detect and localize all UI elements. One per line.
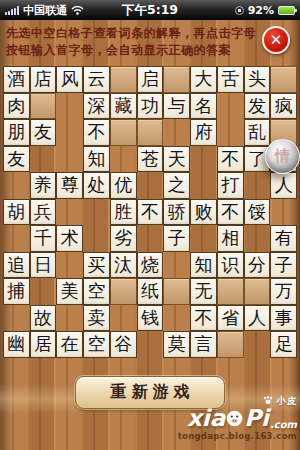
board-gap xyxy=(244,172,271,199)
letter-cell[interactable]: 纸 xyxy=(137,278,164,305)
watermark-logo: xia Pi .com xyxy=(178,407,297,430)
board-gap xyxy=(3,305,30,332)
letter-cell[interactable]: 乱 xyxy=(244,119,271,146)
letter-cell[interactable]: 追 xyxy=(3,252,30,279)
letter-cell[interactable]: 省 xyxy=(217,305,244,332)
letter-cell[interactable]: 之 xyxy=(163,172,190,199)
letter-cell[interactable]: 友 xyxy=(30,119,57,146)
letter-cell[interactable]: 尊 xyxy=(56,172,83,199)
letter-cell[interactable]: 发 xyxy=(244,93,271,120)
letter-cell[interactable]: 苍 xyxy=(137,146,164,173)
board-gap xyxy=(137,331,164,358)
board-gap xyxy=(217,119,244,146)
letter-cell[interactable]: 日 xyxy=(30,252,57,279)
board-gap xyxy=(190,146,217,173)
letter-cell[interactable]: 钱 xyxy=(137,305,164,332)
watermark-url: tongdapc.blog.163.com xyxy=(178,432,297,441)
letter-cell[interactable]: 幽 xyxy=(3,331,30,358)
letter-cell[interactable]: 劣 xyxy=(110,225,137,252)
letter-cell[interactable]: 养 xyxy=(30,172,57,199)
board-gap xyxy=(190,225,217,252)
letter-cell[interactable]: 胜 xyxy=(110,199,137,226)
empty-cell[interactable] xyxy=(110,119,137,146)
board-gap xyxy=(163,305,190,332)
clock: 下午5:19 xyxy=(0,2,300,19)
letter-cell[interactable]: 舌 xyxy=(217,66,244,93)
letter-cell[interactable]: 知 xyxy=(190,252,217,279)
battery-icon xyxy=(278,6,295,15)
letter-cell[interactable]: 优 xyxy=(110,172,137,199)
letter-cell[interactable]: 烧 xyxy=(137,252,164,279)
letter-cell[interactable]: 骄 xyxy=(163,199,190,226)
status-bar: 中国联通 下午5:19 92% xyxy=(0,0,300,20)
letter-cell[interactable]: 头 xyxy=(244,66,271,93)
letter-cell[interactable]: 朋 xyxy=(3,119,30,146)
letter-cell[interactable]: 藏 xyxy=(110,93,137,120)
letter-cell[interactable]: 府 xyxy=(190,119,217,146)
letter-cell[interactable]: 相 xyxy=(217,225,244,252)
board-gap xyxy=(137,225,164,252)
letter-cell[interactable]: 有 xyxy=(270,225,297,252)
instruction-banner: 先选中空白格子查看词条的解释，再点击字母 按钮输入首字母，会自动显示正确的答案 … xyxy=(0,20,300,64)
close-icon: ✕ xyxy=(270,31,283,49)
letter-cell[interactable]: 天 xyxy=(163,146,190,173)
letter-cell[interactable]: 功 xyxy=(137,93,164,120)
board-gap xyxy=(83,199,110,226)
letter-cell[interactable]: 汰 xyxy=(110,252,137,279)
empty-cell[interactable] xyxy=(270,66,297,93)
puzzle-board: 酒店风云启大舌头肉深藏功与名发疯朋友不府乱友知苍天不了情养尊处优之打人胡兵胜不骄… xyxy=(3,66,297,358)
empty-cell[interactable] xyxy=(217,331,244,358)
board-gap xyxy=(83,225,110,252)
letter-cell[interactable]: 不 xyxy=(217,199,244,226)
letter-cell[interactable]: 不 xyxy=(83,119,110,146)
letter-cell[interactable]: 莫 xyxy=(163,331,190,358)
letter-cell[interactable]: 捕 xyxy=(3,278,30,305)
letter-cell[interactable]: 胡 xyxy=(3,199,30,226)
letter-cell[interactable]: 空 xyxy=(83,331,110,358)
board-gap xyxy=(217,93,244,120)
empty-cell[interactable] xyxy=(110,66,137,93)
letter-cell[interactable]: 足 xyxy=(270,331,297,358)
letter-cell[interactable]: 千 xyxy=(30,225,57,252)
board-gap xyxy=(163,252,190,279)
board-gap xyxy=(3,172,30,199)
letter-cell[interactable]: 万 xyxy=(270,278,297,305)
empty-cell[interactable] xyxy=(110,278,137,305)
letter-cell[interactable]: 在 xyxy=(56,331,83,358)
letter-cell[interactable]: 馁 xyxy=(244,199,271,226)
letter-cell[interactable]: 打 xyxy=(217,172,244,199)
letter-cell[interactable]: 处 xyxy=(83,172,110,199)
board-gap xyxy=(110,146,137,173)
letter-cell[interactable]: 败 xyxy=(190,199,217,226)
app-screen: 中国联通 下午5:19 92% 先选中空白格子查看词条的解释，再点击字母 按钮输… xyxy=(0,0,300,450)
board-gap xyxy=(110,305,137,332)
board-gap xyxy=(244,225,271,252)
letter-cell[interactable]: 美 xyxy=(56,278,83,305)
board-gap xyxy=(163,119,190,146)
letter-cell[interactable]: 启 xyxy=(137,66,164,93)
empty-cell[interactable] xyxy=(137,119,164,146)
letter-cell[interactable]: 肉 xyxy=(3,93,30,120)
board-gap xyxy=(56,305,83,332)
letter-cell[interactable]: 不 xyxy=(217,146,244,173)
board-gap xyxy=(30,146,57,173)
empty-cell[interactable] xyxy=(217,278,244,305)
letter-cell[interactable]: 空 xyxy=(83,278,110,305)
logo-suffix: .com xyxy=(270,420,297,430)
empty-cell[interactable] xyxy=(30,93,57,120)
letter-cell[interactable]: 与 xyxy=(163,93,190,120)
letter-cell[interactable]: 风 xyxy=(56,66,83,93)
instruction-line2: 按钮输入首字母，会自动显示正确的答案 xyxy=(6,43,231,57)
letter-cell[interactable]: 云 xyxy=(83,66,110,93)
letter-cell[interactable]: 大 xyxy=(190,66,217,93)
letter-cell[interactable]: 不 xyxy=(137,199,164,226)
letter-cell[interactable]: 人 xyxy=(270,172,297,199)
empty-cell[interactable] xyxy=(244,278,271,305)
letter-cell[interactable]: 人 xyxy=(244,305,271,332)
letter-cell[interactable]: 店 xyxy=(30,66,57,93)
letter-cell[interactable]: 术 xyxy=(56,225,83,252)
letter-cell[interactable]: 居 xyxy=(30,331,57,358)
letter-cell[interactable]: 事 xyxy=(270,305,297,332)
board-gap xyxy=(30,278,57,305)
letter-cell[interactable]: 子 xyxy=(163,225,190,252)
board-gap xyxy=(244,331,271,358)
answer-bubble[interactable]: 情 xyxy=(265,139,300,174)
paw-icon xyxy=(263,396,273,405)
letter-cell[interactable]: 疯 xyxy=(270,93,297,120)
letter-cell[interactable]: 酒 xyxy=(3,66,30,93)
empty-cell[interactable] xyxy=(163,66,190,93)
letter-cell[interactable]: 无 xyxy=(190,278,217,305)
board-gap xyxy=(3,225,30,252)
board-gap xyxy=(190,172,217,199)
letter-cell[interactable]: 子 xyxy=(270,252,297,279)
letter-cell[interactable]: 谷 xyxy=(110,331,137,358)
board-gap xyxy=(56,93,83,120)
empty-cell[interactable] xyxy=(163,278,190,305)
logo-text-left: xia xyxy=(187,407,225,430)
board-gap xyxy=(137,172,164,199)
letter-cell[interactable]: 分 xyxy=(244,252,271,279)
watermark: 小皮 xia Pi .com tongdapc.blog.163.com xyxy=(178,396,297,440)
letter-cell[interactable]: 不 xyxy=(190,305,217,332)
board-gap xyxy=(56,252,83,279)
instruction-text: 先选中空白格子查看词条的解释，再点击字母 按钮输入首字母，会自动显示正确的答案 xyxy=(6,25,264,59)
instruction-line1: 先选中空白格子查看词条的解释，再点击字母 xyxy=(6,26,256,40)
board-gap xyxy=(270,199,297,226)
letter-cell[interactable]: 故 xyxy=(30,305,57,332)
pig-face-icon xyxy=(226,410,243,427)
letter-cell[interactable]: 兵 xyxy=(30,199,57,226)
letter-cell[interactable]: 买 xyxy=(83,252,110,279)
letter-cell[interactable]: 深 xyxy=(83,93,110,120)
letter-cell[interactable]: 名 xyxy=(190,93,217,120)
letter-cell[interactable]: 知 xyxy=(83,146,110,173)
close-button[interactable]: ✕ xyxy=(262,26,290,54)
letter-cell[interactable]: 言 xyxy=(190,331,217,358)
letter-cell[interactable]: 友 xyxy=(3,146,30,173)
board-gap xyxy=(56,119,83,146)
board-gap xyxy=(56,199,83,226)
board-gap xyxy=(56,146,83,173)
letter-cell[interactable]: 卖 xyxy=(83,305,110,332)
letter-cell[interactable]: 识 xyxy=(217,252,244,279)
watermark-brand: 小皮 xyxy=(276,396,297,406)
logo-text-right: Pi xyxy=(244,407,269,430)
